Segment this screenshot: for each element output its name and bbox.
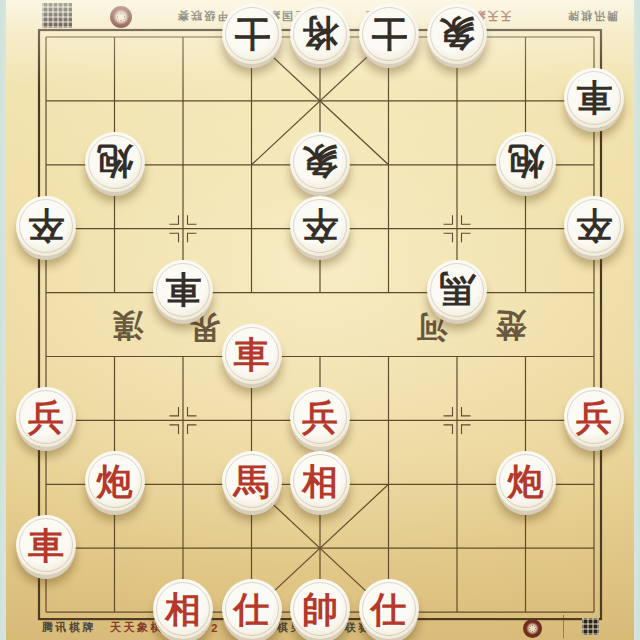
footer-brand: 腾讯棋牌	[42, 620, 96, 635]
red-soldier-glyph: 兵	[290, 387, 350, 447]
piece-red-soldier[interactable]: 兵	[564, 387, 624, 447]
red-advisor-glyph: 仕	[222, 579, 282, 639]
red-general-glyph: 帥	[290, 579, 350, 639]
black-advisor-glyph: 士	[359, 4, 419, 64]
piece-red-elephant[interactable]: 相	[290, 451, 350, 511]
red-soldier-glyph: 兵	[564, 387, 624, 447]
black-cannon-glyph: 炮	[85, 132, 145, 192]
black-elephant-glyph: 象	[290, 132, 350, 192]
black-chariot-glyph: 車	[153, 260, 213, 320]
piece-red-soldier[interactable]: 兵	[16, 387, 76, 447]
red-chariot-glyph: 車	[16, 515, 76, 575]
piece-red-chariot[interactable]: 車	[16, 515, 76, 575]
piece-black-soldier[interactable]: 卒	[564, 196, 624, 256]
red-chariot-glyph: 車	[222, 324, 282, 384]
piece-black-advisor[interactable]: 士	[359, 4, 419, 64]
black-advisor-glyph: 士	[222, 4, 282, 64]
red-cannon-glyph: 炮	[85, 451, 145, 511]
black-elephant-glyph: 象	[427, 4, 487, 64]
piece-black-general[interactable]: 将	[290, 4, 350, 64]
piece-black-chariot[interactable]: 車	[153, 260, 213, 320]
league-emblem-bottom	[523, 619, 542, 638]
red-advisor-glyph: 仕	[359, 579, 419, 639]
red-cannon-glyph: 炮	[496, 451, 556, 511]
red-horse-glyph: 馬	[222, 451, 282, 511]
river-label-han: 漢	[113, 304, 144, 346]
black-soldier-glyph: 卒	[290, 196, 350, 256]
piece-black-cannon[interactable]: 炮	[85, 132, 145, 192]
red-elephant-glyph: 相	[153, 579, 213, 639]
black-cannon-glyph: 炮	[496, 132, 556, 192]
header-brand: 腾讯棋牌	[566, 8, 618, 23]
piece-red-general[interactable]: 帥	[290, 579, 350, 639]
qr-code-top	[42, 3, 72, 28]
piece-black-chariot[interactable]: 車	[564, 68, 624, 128]
piece-black-soldier[interactable]: 卒	[290, 196, 350, 256]
piece-red-chariot[interactable]: 車	[222, 324, 282, 384]
piece-black-elephant[interactable]: 象	[427, 4, 487, 64]
black-horse-glyph: 馬	[427, 260, 487, 320]
piece-red-advisor[interactable]: 仕	[359, 579, 419, 639]
board-grid	[6, 0, 634, 640]
league-emblem-top	[110, 6, 132, 28]
footer-divider	[563, 615, 564, 638]
black-general-glyph: 将	[290, 4, 350, 64]
qr-code-bottom	[582, 618, 599, 635]
piece-black-horse[interactable]: 馬	[427, 260, 487, 320]
xiangqi-board: 漢 界 河 楚 腾讯棋牌 天天象棋 2022 全国象棋男子甲级联赛 腾讯棋牌 天…	[6, 0, 634, 640]
black-soldier-glyph: 卒	[564, 196, 624, 256]
piece-red-horse[interactable]: 馬	[222, 451, 282, 511]
piece-red-advisor[interactable]: 仕	[222, 579, 282, 639]
piece-red-soldier[interactable]: 兵	[290, 387, 350, 447]
piece-black-cannon[interactable]: 炮	[496, 132, 556, 192]
red-elephant-glyph: 相	[290, 451, 350, 511]
black-chariot-glyph: 車	[564, 68, 624, 128]
river-label-chu: 楚	[496, 304, 527, 346]
piece-red-elephant[interactable]: 相	[153, 579, 213, 639]
black-soldier-glyph: 卒	[16, 196, 76, 256]
piece-black-soldier[interactable]: 卒	[16, 196, 76, 256]
board-photo: 漢 界 河 楚 腾讯棋牌 天天象棋 2022 全国象棋男子甲级联赛 腾讯棋牌 天…	[6, 0, 634, 640]
piece-black-elephant[interactable]: 象	[290, 132, 350, 192]
piece-red-cannon[interactable]: 炮	[85, 451, 145, 511]
piece-red-cannon[interactable]: 炮	[496, 451, 556, 511]
red-soldier-glyph: 兵	[16, 387, 76, 447]
piece-black-advisor[interactable]: 士	[222, 4, 282, 64]
